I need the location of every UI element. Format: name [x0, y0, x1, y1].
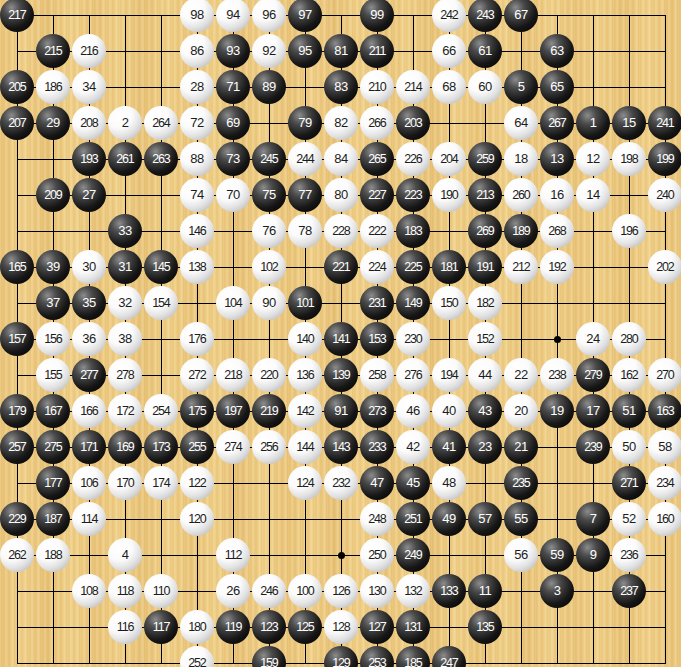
stone[interactable]: 142	[288, 394, 322, 428]
move-number: 254	[152, 394, 169, 428]
stone[interactable]: 216	[72, 34, 106, 68]
stone[interactable]: 17	[576, 394, 610, 428]
stone[interactable]: 124	[288, 466, 322, 500]
stone[interactable]: 48	[432, 466, 466, 500]
stone[interactable]: 65	[540, 70, 574, 104]
stone[interactable]: 7	[576, 502, 610, 536]
stone[interactable]: 254	[144, 394, 178, 428]
stone[interactable]: 222	[360, 214, 394, 248]
move-number: 133	[440, 574, 457, 608]
stone[interactable]: 91	[324, 394, 358, 428]
stone[interactable]: 77	[288, 178, 322, 212]
stone[interactable]: 167	[36, 394, 70, 428]
move-number: 215	[44, 34, 61, 68]
stone[interactable]: 267	[540, 106, 574, 140]
stone[interactable]: 88	[180, 142, 214, 176]
stone[interactable]: 89	[252, 70, 286, 104]
stone[interactable]: 45	[396, 466, 430, 500]
stone[interactable]: 250	[360, 538, 394, 572]
stone[interactable]: 176	[180, 322, 214, 356]
stone[interactable]: 212	[504, 250, 538, 284]
stone[interactable]: 68	[432, 70, 466, 104]
stone[interactable]: 153	[360, 322, 394, 356]
move-number: 257	[8, 430, 25, 464]
stone[interactable]: 52	[612, 502, 646, 536]
stone[interactable]: 79	[288, 106, 322, 140]
stone[interactable]: 274	[216, 430, 250, 464]
stone[interactable]: 82	[324, 106, 358, 140]
stone[interactable]: 234	[648, 466, 681, 500]
stone[interactable]: 64	[504, 106, 538, 140]
stone[interactable]: 112	[216, 538, 250, 572]
move-number: 205	[8, 70, 25, 104]
stone[interactable]: 31	[108, 250, 142, 284]
stone[interactable]: 122	[180, 466, 214, 500]
stone[interactable]: 230	[396, 322, 430, 356]
move-number: 42	[406, 430, 419, 464]
stone[interactable]: 14	[576, 178, 610, 212]
stone[interactable]: 225	[396, 250, 430, 284]
stone[interactable]: 183	[396, 214, 430, 248]
move-number: 167	[44, 394, 61, 428]
stone[interactable]: 83	[324, 70, 358, 104]
move-number: 128	[332, 610, 349, 644]
stone[interactable]: 12	[576, 142, 610, 176]
stone[interactable]: 44	[468, 358, 502, 392]
move-number: 203	[404, 106, 421, 140]
stone[interactable]: 192	[540, 250, 574, 284]
stone[interactable]: 58	[648, 430, 681, 464]
stone[interactable]: 255	[180, 430, 214, 464]
stone[interactable]: 248	[360, 502, 394, 536]
stone[interactable]: 69	[216, 106, 250, 140]
stone[interactable]: 272	[180, 358, 214, 392]
stone[interactable]: 187	[36, 502, 70, 536]
stone[interactable]: 90	[252, 286, 286, 320]
stone[interactable]: 172	[108, 394, 142, 428]
stone[interactable]: 258	[360, 358, 394, 392]
stone[interactable]: 144	[288, 430, 322, 464]
stone[interactable]: 66	[432, 34, 466, 68]
stone[interactable]: 220	[252, 358, 286, 392]
move-number: 165	[8, 250, 25, 284]
stone[interactable]: 150	[432, 286, 466, 320]
stone[interactable]: 86	[180, 34, 214, 68]
stone[interactable]: 101	[288, 286, 322, 320]
stone[interactable]: 179	[0, 394, 34, 428]
stone[interactable]: 194	[432, 358, 466, 392]
stone[interactable]: 51	[612, 394, 646, 428]
move-number: 197	[224, 394, 241, 428]
move-number: 120	[188, 502, 205, 536]
stone[interactable]: 136	[288, 358, 322, 392]
move-number: 69	[226, 106, 239, 140]
stone[interactable]: 280	[612, 322, 646, 356]
stone[interactable]: 154	[144, 286, 178, 320]
move-number: 72	[190, 106, 203, 140]
stone[interactable]: 78	[288, 214, 322, 248]
stone[interactable]: 84	[324, 142, 358, 176]
stone[interactable]: 61	[468, 34, 502, 68]
stone[interactable]: 39	[36, 250, 70, 284]
stone[interactable]: 162	[612, 358, 646, 392]
move-number: 175	[188, 394, 205, 428]
stone[interactable]: 270	[648, 358, 681, 392]
stone[interactable]: 276	[396, 358, 430, 392]
stone[interactable]: 190	[432, 178, 466, 212]
stone[interactable]: 36	[72, 322, 106, 356]
stone[interactable]: 197	[216, 394, 250, 428]
stone[interactable]: 269	[468, 214, 502, 248]
stone[interactable]: 133	[432, 574, 466, 608]
stone[interactable]: 15	[612, 106, 646, 140]
move-number: 49	[442, 502, 455, 536]
stone[interactable]: 175	[180, 394, 214, 428]
stone[interactable]: 114	[72, 502, 106, 536]
stone[interactable]: 266	[360, 106, 394, 140]
stone[interactable]: 149	[396, 286, 430, 320]
stone[interactable]: 249	[396, 538, 430, 572]
stone[interactable]: 165	[0, 250, 34, 284]
move-number: 149	[404, 286, 421, 320]
stone[interactable]: 49	[432, 502, 466, 536]
stone[interactable]: 262	[0, 538, 34, 572]
stone[interactable]: 203	[396, 106, 430, 140]
move-number: 66	[442, 34, 455, 68]
move-number: 231	[368, 286, 385, 320]
stone[interactable]: 73	[216, 142, 250, 176]
stone[interactable]: 50	[612, 430, 646, 464]
stone[interactable]: 279	[576, 358, 610, 392]
stone[interactable]: 135	[468, 610, 502, 644]
move-number: 37	[46, 286, 59, 320]
stone[interactable]: 47	[360, 466, 394, 500]
move-number: 96	[262, 0, 275, 32]
stone[interactable]: 213	[468, 178, 502, 212]
stone[interactable]: 240	[648, 178, 681, 212]
stone[interactable]: 35	[72, 286, 106, 320]
move-number: 35	[82, 286, 95, 320]
stone[interactable]: 211	[360, 34, 394, 68]
move-number: 46	[406, 394, 419, 428]
stone[interactable]: 118	[108, 574, 142, 608]
stone[interactable]: 238	[540, 358, 574, 392]
move-number: 26	[226, 574, 239, 608]
stone[interactable]: 244	[288, 142, 322, 176]
stone[interactable]: 46	[396, 394, 430, 428]
stone[interactable]: 63	[540, 34, 574, 68]
stone[interactable]: 246	[252, 574, 286, 608]
stone[interactable]: 60	[468, 70, 502, 104]
stone[interactable]: 145	[144, 250, 178, 284]
stone[interactable]: 76	[252, 214, 286, 248]
move-number: 163	[656, 394, 673, 428]
move-number: 217	[8, 0, 25, 32]
stone[interactable]: 207	[0, 106, 34, 140]
stone[interactable]: 264	[144, 106, 178, 140]
move-number: 116	[117, 610, 133, 644]
move-number: 65	[550, 70, 563, 104]
stone[interactable]: 241	[648, 106, 681, 140]
move-number: 273	[368, 394, 385, 428]
stone[interactable]: 126	[324, 574, 358, 608]
move-number: 5	[518, 70, 525, 104]
stone[interactable]: 100	[288, 574, 322, 608]
stone[interactable]: 228	[324, 214, 358, 248]
stone[interactable]: 80	[324, 178, 358, 212]
stone[interactable]: 221	[324, 250, 358, 284]
stone[interactable]: 75	[252, 178, 286, 212]
stone[interactable]: 24	[576, 322, 610, 356]
move-number: 118	[117, 574, 133, 608]
move-number: 246	[260, 574, 277, 608]
stone[interactable]: 157	[0, 322, 34, 356]
stone[interactable]: 245	[252, 142, 286, 176]
stone[interactable]: 209	[36, 178, 70, 212]
move-number: 221	[332, 250, 349, 284]
stone[interactable]: 177	[36, 466, 70, 500]
stone[interactable]: 81	[324, 34, 358, 68]
stone[interactable]: 231	[360, 286, 394, 320]
move-number: 279	[584, 358, 601, 392]
stone[interactable]: 257	[0, 430, 34, 464]
stone[interactable]: 265	[360, 142, 394, 176]
stone[interactable]: 131	[396, 610, 430, 644]
stone[interactable]: 9	[576, 538, 610, 572]
stone[interactable]: 202	[648, 250, 681, 284]
stone[interactable]: 235	[504, 466, 538, 500]
stone[interactable]: 191	[468, 250, 502, 284]
stone[interactable]: 116	[108, 610, 142, 644]
stone[interactable]: 72	[180, 106, 214, 140]
stone[interactable]: 1	[576, 106, 610, 140]
stone[interactable]: 120	[180, 502, 214, 536]
stone[interactable]: 251	[396, 502, 430, 536]
stone[interactable]: 20	[504, 394, 538, 428]
stone[interactable]: 59	[540, 538, 574, 572]
stone[interactable]: 160	[648, 502, 681, 536]
stone[interactable]: 56	[504, 538, 538, 572]
stone[interactable]: 33	[108, 214, 142, 248]
stone[interactable]: 166	[72, 394, 106, 428]
stone[interactable]: 233	[360, 430, 394, 464]
stone[interactable]: 128	[324, 610, 358, 644]
stone[interactable]: 23	[468, 430, 502, 464]
stone[interactable]: 180	[180, 610, 214, 644]
stone[interactable]: 13	[540, 142, 574, 176]
stone[interactable]: 92	[252, 34, 286, 68]
stone[interactable]: 170	[108, 466, 142, 500]
move-number: 131	[404, 610, 421, 644]
stone[interactable]: 271	[612, 466, 646, 500]
stone[interactable]: 146	[180, 214, 214, 248]
stone[interactable]: 34	[72, 70, 106, 104]
move-number: 266	[368, 106, 385, 140]
move-number: 4	[122, 538, 129, 572]
stone[interactable]: 123	[252, 610, 286, 644]
stone[interactable]: 275	[36, 430, 70, 464]
move-number: 187	[44, 502, 61, 536]
stone[interactable]: 273	[360, 394, 394, 428]
stone[interactable]: 196	[612, 214, 646, 248]
stone[interactable]: 130	[360, 574, 394, 608]
stone[interactable]: 5	[504, 70, 538, 104]
stone[interactable]: 19	[540, 394, 574, 428]
stone[interactable]: 189	[504, 214, 538, 248]
stone[interactable]: 215	[36, 34, 70, 68]
stone[interactable]: 43	[468, 394, 502, 428]
stone[interactable]: 11	[468, 574, 502, 608]
stone[interactable]: 119	[216, 610, 250, 644]
move-number: 211	[369, 34, 385, 68]
stone[interactable]: 174	[144, 466, 178, 500]
move-number: 144	[296, 430, 313, 464]
stone[interactable]: 219	[252, 394, 286, 428]
move-number: 78	[298, 214, 311, 248]
stone[interactable]: 268	[540, 214, 574, 248]
stone[interactable]: 41	[432, 430, 466, 464]
stone[interactable]: 205	[0, 70, 34, 104]
stone[interactable]: 188	[36, 538, 70, 572]
move-number: 198	[620, 142, 637, 176]
stone[interactable]: 155	[36, 358, 70, 392]
stone[interactable]: 223	[396, 178, 430, 212]
stone[interactable]: 102	[252, 250, 286, 284]
move-number: 24	[586, 322, 599, 356]
stone[interactable]: 182	[468, 286, 502, 320]
stone[interactable]: 138	[180, 250, 214, 284]
move-number: 169	[116, 430, 133, 464]
stone[interactable]: 3	[540, 574, 574, 608]
stone[interactable]: 40	[432, 394, 466, 428]
move-number: 270	[656, 358, 673, 392]
move-number: 253	[368, 646, 385, 667]
move-number: 19	[550, 394, 563, 428]
stone[interactable]: 4	[108, 538, 142, 572]
stone[interactable]: 21	[504, 430, 538, 464]
stone[interactable]: 2	[108, 106, 142, 140]
stone[interactable]: 125	[288, 610, 322, 644]
stone[interactable]: 106	[72, 466, 106, 500]
stone[interactable]: 16	[540, 178, 574, 212]
stone[interactable]: 214	[396, 70, 430, 104]
stone[interactable]: 143	[324, 430, 358, 464]
move-number: 223	[404, 178, 421, 212]
stone[interactable]: 110	[144, 574, 178, 608]
stone[interactable]: 237	[612, 574, 646, 608]
stone[interactable]: 263	[144, 142, 178, 176]
stone[interactable]: 236	[612, 538, 646, 572]
stone[interactable]: 218	[216, 358, 250, 392]
stone[interactable]: 22	[504, 358, 538, 392]
stone[interactable]: 127	[360, 610, 394, 644]
stone[interactable]: 261	[108, 142, 142, 176]
move-number: 122	[188, 466, 205, 500]
stone[interactable]: 181	[432, 250, 466, 284]
stone[interactable]: 198	[612, 142, 646, 176]
stone[interactable]: 57	[468, 502, 502, 536]
stone[interactable]: 232	[324, 466, 358, 500]
stone[interactable]: 27	[72, 178, 106, 212]
move-number: 176	[188, 322, 205, 356]
stone[interactable]: 70	[216, 178, 250, 212]
move-number: 7	[590, 502, 597, 536]
stone[interactable]: 139	[324, 358, 358, 392]
stone[interactable]: 95	[288, 34, 322, 68]
move-number: 21	[514, 430, 527, 464]
stone[interactable]: 93	[216, 34, 250, 68]
stone[interactable]: 173	[144, 430, 178, 464]
move-number: 75	[262, 178, 275, 212]
stone[interactable]: 260	[504, 178, 538, 212]
stone[interactable]: 169	[108, 430, 142, 464]
stone[interactable]: 141	[324, 322, 358, 356]
stone[interactable]: 208	[72, 106, 106, 140]
stone[interactable]: 140	[288, 322, 322, 356]
move-number: 98	[190, 0, 203, 32]
stone[interactable]: 132	[396, 574, 430, 608]
stone[interactable]: 210	[360, 70, 394, 104]
move-number: 243	[476, 0, 493, 32]
stone[interactable]: 277	[72, 358, 106, 392]
stone[interactable]: 26	[216, 574, 250, 608]
move-number: 124	[296, 466, 313, 500]
stone[interactable]: 227	[360, 178, 394, 212]
stone[interactable]: 30	[72, 250, 106, 284]
stone[interactable]: 28	[180, 70, 214, 104]
stone[interactable]: 18	[504, 142, 538, 176]
move-number: 239	[584, 430, 601, 464]
stone[interactable]: 259	[468, 142, 502, 176]
stone[interactable]: 71	[216, 70, 250, 104]
star-point	[338, 552, 345, 559]
stone[interactable]: 204	[432, 142, 466, 176]
stone[interactable]: 55	[504, 502, 538, 536]
stone[interactable]: 156	[36, 322, 70, 356]
move-number: 3	[554, 574, 561, 608]
move-number: 119	[225, 610, 241, 644]
stone[interactable]: 108	[72, 574, 106, 608]
stone[interactable]: 224	[360, 250, 394, 284]
move-number: 129	[332, 646, 349, 667]
stone[interactable]: 29	[36, 106, 70, 140]
stone[interactable]: 256	[252, 430, 286, 464]
move-number: 60	[478, 70, 491, 104]
stone[interactable]: 186	[36, 70, 70, 104]
stone[interactable]: 278	[108, 358, 142, 392]
move-number: 177	[44, 466, 61, 500]
stone[interactable]: 199	[648, 142, 681, 176]
stone[interactable]: 37	[36, 286, 70, 320]
move-number: 235	[512, 466, 529, 500]
move-number: 135	[476, 610, 493, 644]
stone[interactable]: 104	[216, 286, 250, 320]
stone[interactable]: 152	[468, 322, 502, 356]
move-number: 271	[620, 466, 637, 500]
stone[interactable]: 239	[576, 430, 610, 464]
stone[interactable]: 226	[396, 142, 430, 176]
move-number: 199	[656, 142, 673, 176]
stone[interactable]: 193	[72, 142, 106, 176]
stone[interactable]: 74	[180, 178, 214, 212]
stone[interactable]: 229	[0, 502, 34, 536]
stone[interactable]: 42	[396, 430, 430, 464]
stone[interactable]: 38	[108, 322, 142, 356]
stone[interactable]: 117	[144, 610, 178, 644]
stone[interactable]: 32	[108, 286, 142, 320]
stone[interactable]: 171	[72, 430, 106, 464]
stone[interactable]: 163	[648, 394, 681, 428]
